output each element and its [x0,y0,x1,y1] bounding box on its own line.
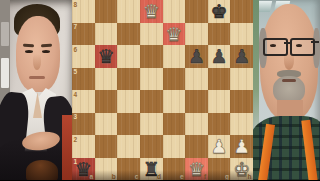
square-b3 [95,113,118,136]
square-b7 [95,23,118,46]
glasses-bridge [284,42,290,44]
file-label-e: e [180,173,184,180]
square-c8 [117,0,140,23]
glasses-lens [263,38,288,56]
square-c3 [117,113,140,136]
square-a6: 6 [72,45,95,68]
square-d3 [140,113,163,136]
file-label-b: b [112,173,116,180]
rank-label-6: 6 [74,46,78,53]
rank-label-5: 5 [74,68,78,75]
right-player-glasses [263,38,317,54]
left-player-eye [42,50,50,53]
square-g7 [208,23,231,46]
rank-label-3: 3 [74,113,78,120]
file-label-h: h [248,173,252,180]
square-f5 [185,68,208,91]
piece-black-pawn-f6: ♟ [185,45,208,68]
square-h2: ♟ [230,135,253,158]
right-player-eye [270,44,276,47]
file-label-c: c [135,173,139,180]
square-f7 [185,23,208,46]
piece-black-pawn-g6: ♟ [208,45,231,68]
file-label-g: g [225,173,229,180]
video-thumbnail: 8♛♚7♛6♛♟♟♟5432♟♟1a♛bcd♜ef♛gh♚ [0,0,320,180]
square-h1: h♚ [230,158,253,181]
square-h6: ♟ [230,45,253,68]
square-g2: ♟ [208,135,231,158]
square-g5 [208,68,231,91]
square-a5: 5 [72,68,95,91]
square-g1: g [208,158,231,181]
square-c2 [117,135,140,158]
right-player-eye [296,44,302,47]
square-b4 [95,90,118,113]
square-f6: ♟ [185,45,208,68]
square-g4 [208,90,231,113]
foreground-chess-piece-silhouette [26,160,58,180]
square-c5 [117,68,140,91]
square-b2 [95,135,118,158]
square-b8 [95,0,118,23]
square-d2 [140,135,163,158]
rank-label-4: 4 [74,91,78,98]
square-d8: ♛ [140,0,163,23]
chess-board: 8♛♚7♛6♛♟♟♟5432♟♟1a♛bcd♜ef♛gh♚ [72,0,253,180]
piece-black-queen-b6: ♛ [95,45,118,68]
square-e3 [163,113,186,136]
file-label-f: f [204,173,206,180]
square-a3: 3 [72,113,95,136]
piece-black-king-g8: ♚ [208,0,231,23]
square-f2 [185,135,208,158]
square-a1: 1a♛ [72,158,95,181]
rank-label-1: 1 [74,158,78,165]
square-h3 [230,113,253,136]
background-poster [1,58,9,88]
background-poster [1,22,9,46]
square-f4 [185,90,208,113]
square-e5 [163,68,186,91]
square-c4 [117,90,140,113]
square-d7 [140,23,163,46]
square-e1: e [163,158,186,181]
square-g8: ♚ [208,0,231,23]
square-h8 [230,0,253,23]
piece-white-queen-e7: ♛ [163,23,186,46]
square-h4 [230,90,253,113]
rank-label-7: 7 [74,23,78,30]
piece-white-pawn-h2: ♟ [230,135,253,158]
square-e7: ♛ [163,23,186,46]
square-g3 [208,113,231,136]
square-f8 [185,0,208,23]
rank-label-2: 2 [74,136,78,143]
square-d5 [140,68,163,91]
square-a7: 7 [72,23,95,46]
piece-white-pawn-g2: ♟ [208,135,231,158]
square-d6 [140,45,163,68]
background-red-strip [62,115,72,180]
square-a2: 2 [72,135,95,158]
left-player-mouth [29,76,45,79]
left-player-nose [33,54,41,70]
glasses-temple [311,41,319,43]
right-player-photo [253,0,320,180]
square-g6: ♟ [208,45,231,68]
left-player-eye [25,50,33,53]
piece-black-pawn-h6: ♟ [230,45,253,68]
square-b5 [95,68,118,91]
square-f3 [185,113,208,136]
square-c1: c [117,158,140,181]
square-f1: f♛ [185,158,208,181]
square-d1: d♜ [140,158,163,181]
rank-label-8: 8 [74,1,78,8]
square-a8: 8 [72,0,95,23]
square-e6 [163,45,186,68]
square-e4 [163,90,186,113]
square-a4: 4 [72,90,95,113]
square-e2 [163,135,186,158]
file-label-d: d [157,173,161,180]
square-c6 [117,45,140,68]
piece-white-queen-d8: ♛ [140,0,163,23]
right-player-mouth [282,79,296,82]
square-b6: ♛ [95,45,118,68]
square-e8 [163,0,186,23]
square-h5 [230,68,253,91]
square-b1: b [95,158,118,181]
left-player-photo [0,0,72,180]
square-h7 [230,23,253,46]
square-c7 [117,23,140,46]
square-d4 [140,90,163,113]
file-label-a: a [90,173,94,180]
